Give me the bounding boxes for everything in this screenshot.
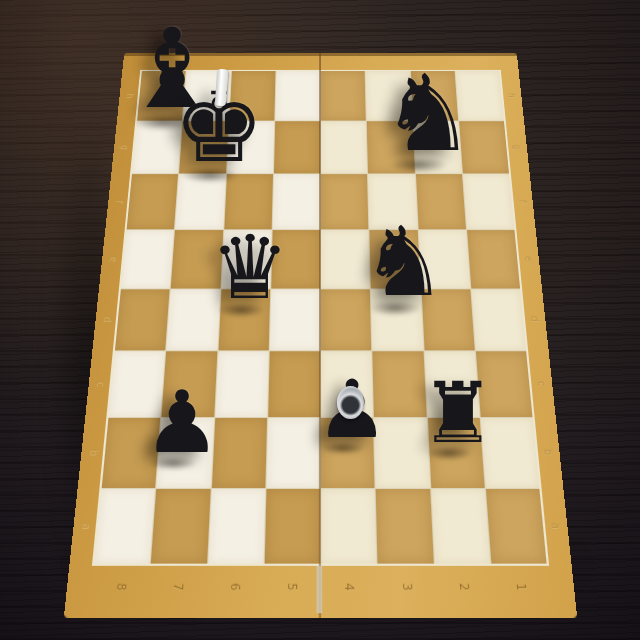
square-e5 <box>271 230 320 288</box>
square-a8 <box>94 489 155 564</box>
file-label-left-5: c <box>86 374 115 393</box>
square-e2 <box>418 230 470 288</box>
square-f3 <box>368 174 417 229</box>
square-f7 <box>175 174 225 229</box>
square-g1 <box>459 121 509 173</box>
file-label-right-3: e <box>514 250 541 267</box>
file-label-right-0: h <box>499 89 524 103</box>
square-b5 <box>266 418 320 488</box>
square-f4 <box>321 174 369 229</box>
square-g8 <box>132 121 182 173</box>
square-d6 <box>218 289 270 351</box>
square-h2 <box>410 71 457 120</box>
square-d2 <box>421 289 475 351</box>
square-g4 <box>321 121 367 173</box>
file-label-left-4: d <box>93 311 121 329</box>
square-c1 <box>476 352 533 418</box>
chess-board: 87654321hhggffeeddccbbaa <box>64 53 577 617</box>
square-f6 <box>224 174 273 229</box>
square-d5 <box>269 289 320 351</box>
square-a4 <box>321 489 377 564</box>
file-label-right-6: b <box>533 442 563 462</box>
square-d3 <box>371 289 423 351</box>
square-g7 <box>179 121 228 173</box>
square-b7 <box>157 418 214 488</box>
file-label-left-6: b <box>78 442 108 462</box>
rank-label-bottom-1: 7 <box>162 576 193 598</box>
square-d4 <box>321 289 372 351</box>
file-label-right-4: d <box>520 311 548 329</box>
square-f2 <box>415 174 465 229</box>
square-f8 <box>127 174 179 229</box>
fold-seam <box>319 53 321 617</box>
fold-seam-notch <box>316 566 322 613</box>
square-a2 <box>431 489 490 564</box>
square-g2 <box>413 121 462 173</box>
square-f5 <box>272 174 320 229</box>
square-g3 <box>367 121 415 173</box>
square-a1 <box>486 489 547 564</box>
square-e1 <box>467 230 520 288</box>
file-label-right-7: a <box>540 515 571 536</box>
square-g6 <box>227 121 275 173</box>
rank-label-bottom-6: 2 <box>448 576 479 598</box>
rank-label-bottom-3: 5 <box>277 576 307 598</box>
square-e8 <box>121 230 174 288</box>
square-b6 <box>211 418 266 488</box>
rank-label-bottom-7: 1 <box>504 576 536 598</box>
square-c8 <box>108 352 165 418</box>
square-h8 <box>137 71 186 120</box>
square-d1 <box>471 289 526 351</box>
square-a6 <box>208 489 265 564</box>
square-h6 <box>229 71 275 120</box>
rank-label-bottom-0: 8 <box>105 576 137 598</box>
square-h3 <box>366 71 412 120</box>
square-a7 <box>151 489 210 564</box>
file-label-right-1: g <box>504 140 530 155</box>
square-f1 <box>463 174 515 229</box>
photo-scene: 87654321hhggffeeddccbbaa ♝♚♛♟♟♞♞♜ <box>0 0 640 640</box>
square-a3 <box>376 489 433 564</box>
file-label-right-2: f <box>509 193 535 209</box>
square-d7 <box>166 289 220 351</box>
square-h5 <box>275 71 320 120</box>
square-c5 <box>268 352 320 418</box>
pawn-foil-cap <box>337 386 364 419</box>
square-h4 <box>321 71 366 120</box>
square-e6 <box>221 230 271 288</box>
file-label-right-5: c <box>526 374 555 393</box>
square-b3 <box>374 418 429 488</box>
square-b4 <box>321 418 375 488</box>
rank-label-bottom-4: 4 <box>334 576 364 598</box>
file-label-left-2: f <box>106 193 132 209</box>
square-b1 <box>481 418 540 488</box>
rank-label-bottom-5: 3 <box>391 576 421 598</box>
square-c7 <box>162 352 217 418</box>
file-label-left-0: h <box>117 89 142 103</box>
square-d8 <box>115 289 170 351</box>
square-c6 <box>215 352 269 418</box>
square-h1 <box>455 71 504 120</box>
square-e4 <box>321 230 370 288</box>
square-e7 <box>171 230 223 288</box>
rank-label-bottom-2: 6 <box>219 576 249 598</box>
file-label-left-1: g <box>111 140 137 155</box>
file-label-left-3: e <box>99 250 126 267</box>
square-a5 <box>264 489 320 564</box>
square-c3 <box>373 352 427 418</box>
square-e3 <box>370 230 420 288</box>
square-b2 <box>427 418 484 488</box>
file-label-left-7: a <box>70 515 101 536</box>
square-g5 <box>274 121 320 173</box>
square-b8 <box>102 418 161 488</box>
square-c2 <box>424 352 479 418</box>
